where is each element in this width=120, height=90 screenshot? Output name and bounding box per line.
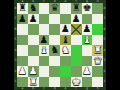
square-g8[interactable]: ♚ <box>82 3 93 14</box>
square-b1[interactable]: ♜ <box>28 77 39 88</box>
square-a4[interactable] <box>17 45 28 56</box>
square-d7[interactable] <box>49 14 60 25</box>
square-h4[interactable]: ♜ <box>92 45 103 56</box>
app-screen: abcdefgh abcdefgh 87654321 87654321 ♜♞♛♜… <box>0 0 120 90</box>
square-e8[interactable] <box>60 3 71 14</box>
square-d3[interactable] <box>49 56 60 67</box>
coord-label: 2 <box>103 70 106 73</box>
square-g5[interactable]: ♝ <box>82 35 93 46</box>
square-c4[interactable]: ♝ <box>39 45 50 56</box>
chess-board: abcdefgh abcdefgh 87654321 87654321 ♜♞♛♜… <box>14 0 106 90</box>
rank-labels-right: 87654321 <box>103 3 106 87</box>
square-b5[interactable] <box>28 35 39 46</box>
square-e7[interactable] <box>60 14 71 25</box>
square-d5[interactable] <box>49 35 60 46</box>
coord-label: d <box>49 87 60 90</box>
piece-white-knight[interactable]: ♞ <box>60 45 71 56</box>
square-a1[interactable] <box>17 77 28 88</box>
coord-label: e <box>60 87 71 90</box>
coord-label: c <box>39 87 50 90</box>
piece-white-pawn[interactable]: ♟ <box>28 66 39 77</box>
coord-label: b <box>28 87 39 90</box>
square-c8[interactable] <box>39 3 50 14</box>
square-b3[interactable] <box>28 56 39 67</box>
piece-black-pawn[interactable]: ♟ <box>39 35 50 46</box>
square-b7[interactable]: ♟ <box>28 14 39 25</box>
square-f5[interactable] <box>71 35 82 46</box>
coord-label: 8 <box>103 7 106 10</box>
coord-label: a <box>17 87 28 90</box>
square-d2[interactable] <box>49 66 60 77</box>
board-grid: ♜♞♛♜♚♟♟♟♟♟♟♝♝♝♞♞♜♛♟♟♟♜♚ <box>17 3 103 87</box>
square-b6[interactable] <box>28 24 39 35</box>
square-e1[interactable] <box>60 77 71 88</box>
square-c1[interactable] <box>39 77 50 88</box>
square-a3[interactable] <box>17 56 28 67</box>
square-c7[interactable] <box>39 14 50 25</box>
piece-black-bishop[interactable]: ♝ <box>60 35 71 46</box>
square-f7[interactable]: ♟ <box>71 14 82 25</box>
square-a7[interactable]: ♟ <box>17 14 28 25</box>
square-a2[interactable]: ♟ <box>17 66 28 77</box>
square-d6[interactable] <box>49 24 60 35</box>
piece-white-queen[interactable]: ♛ <box>92 56 103 67</box>
square-d1[interactable] <box>49 77 60 88</box>
coord-label: 3 <box>103 59 106 62</box>
square-c5[interactable]: ♟ <box>39 35 50 46</box>
piece-black-pawn[interactable]: ♟ <box>28 14 39 25</box>
piece-black-pawn[interactable]: ♟ <box>60 24 71 35</box>
coord-label: 7 <box>103 17 106 20</box>
square-b2[interactable]: ♟ <box>28 66 39 77</box>
piece-black-pawn[interactable]: ♟ <box>71 14 82 25</box>
square-h1[interactable] <box>92 77 103 88</box>
piece-black-rook[interactable]: ♜ <box>71 3 82 14</box>
piece-black-knight[interactable]: ♞ <box>28 3 39 14</box>
square-g1[interactable] <box>82 77 93 88</box>
square-h3[interactable]: ♛ <box>92 56 103 67</box>
square-d8[interactable]: ♛ <box>49 3 60 14</box>
square-a5[interactable] <box>17 35 28 46</box>
piece-black-knight[interactable]: ♞ <box>49 45 60 56</box>
piece-black-king[interactable]: ♚ <box>82 3 93 14</box>
piece-white-pawn[interactable]: ♟ <box>82 66 93 77</box>
square-g7[interactable] <box>82 14 93 25</box>
coord-label: g <box>82 87 93 90</box>
square-h6[interactable] <box>92 24 103 35</box>
piece-white-bishop[interactable]: ♝ <box>82 35 93 46</box>
square-f8[interactable]: ♜ <box>71 3 82 14</box>
square-g4[interactable] <box>82 45 93 56</box>
piece-white-king[interactable]: ♚ <box>71 77 82 88</box>
square-b4[interactable] <box>28 45 39 56</box>
square-e5[interactable]: ♝ <box>60 35 71 46</box>
coord-label: 5 <box>103 38 106 41</box>
square-h8[interactable] <box>92 3 103 14</box>
square-e2[interactable] <box>60 66 71 77</box>
piece-white-rook[interactable]: ♜ <box>28 77 39 88</box>
piece-white-rook[interactable]: ♜ <box>92 45 103 56</box>
square-g2[interactable]: ♟ <box>82 66 93 77</box>
square-b8[interactable]: ♞ <box>28 3 39 14</box>
square-f3[interactable] <box>71 56 82 67</box>
square-e4[interactable]: ♞ <box>60 45 71 56</box>
capture-cross-icon <box>71 24 82 35</box>
square-c3[interactable] <box>39 56 50 67</box>
square-e3[interactable] <box>60 56 71 67</box>
square-c6[interactable] <box>39 24 50 35</box>
piece-black-pawn[interactable]: ♟ <box>82 24 93 35</box>
square-c2[interactable] <box>39 66 50 77</box>
square-f4[interactable] <box>71 45 82 56</box>
coord-label: h <box>92 87 103 90</box>
coord-label: 4 <box>103 49 106 52</box>
square-f1[interactable]: ♚ <box>71 77 82 88</box>
square-g3[interactable] <box>82 56 93 67</box>
square-f2[interactable] <box>71 66 82 77</box>
square-h2[interactable] <box>92 66 103 77</box>
square-h5[interactable] <box>92 35 103 46</box>
square-g6[interactable]: ♟ <box>82 24 93 35</box>
piece-black-rook[interactable]: ♜ <box>17 3 28 14</box>
square-a8[interactable]: ♜ <box>17 3 28 14</box>
coord-label: f <box>71 87 82 90</box>
piece-black-queen[interactable]: ♛ <box>49 3 60 14</box>
piece-white-pawn[interactable]: ♟ <box>17 66 28 77</box>
square-d4[interactable]: ♞ <box>49 45 60 56</box>
square-e6[interactable]: ♟ <box>60 24 71 35</box>
piece-white-bishop[interactable]: ♝ <box>39 45 50 56</box>
file-labels-bottom: abcdefgh <box>17 87 103 90</box>
square-f6[interactable] <box>71 24 82 35</box>
square-a6[interactable] <box>17 24 28 35</box>
coord-label: 6 <box>103 28 106 31</box>
coord-label: 1 <box>103 80 106 83</box>
piece-black-pawn[interactable]: ♟ <box>17 14 28 25</box>
square-h7[interactable] <box>92 14 103 25</box>
